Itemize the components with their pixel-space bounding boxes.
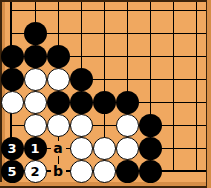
- black-stone: [139, 114, 162, 137]
- black-stone: [47, 45, 70, 68]
- white-stone: [70, 114, 93, 137]
- move-stone-3: 3: [1, 137, 24, 160]
- board-border-right: [206, 0, 207, 188]
- white-stone: [24, 68, 47, 91]
- move-number: 1: [30, 142, 39, 155]
- white-stone: [47, 114, 70, 137]
- black-stone: [24, 45, 47, 68]
- point-label-a: a: [51, 141, 66, 156]
- white-stone: [24, 114, 47, 137]
- white-stone: [93, 160, 116, 183]
- board-border-bottom: [0, 186, 211, 188]
- white-stone: [1, 91, 24, 114]
- black-stone: [116, 160, 139, 183]
- grid-line-horizontal: [10, 10, 206, 11]
- move-number: 3: [7, 142, 16, 155]
- white-stone: [70, 137, 93, 160]
- grid-line-vertical: [173, 2, 174, 172]
- white-stone: [93, 137, 116, 160]
- black-stone: [24, 22, 47, 45]
- black-stone: [70, 68, 93, 91]
- board-border-top: [0, 0, 211, 2]
- white-stone: [47, 68, 70, 91]
- black-stone: [139, 137, 162, 160]
- move-stone-1: 1: [24, 137, 47, 160]
- black-stone: [1, 45, 24, 68]
- white-stone: [116, 137, 139, 160]
- white-stone: [116, 114, 139, 137]
- board-border-right-shade: [207, 0, 211, 188]
- move-stone-5: 5: [1, 160, 24, 183]
- point-label-b: b: [51, 164, 66, 179]
- black-stone: [93, 91, 116, 114]
- move-number: 2: [30, 165, 39, 178]
- black-stone: [139, 160, 162, 183]
- white-stone: [24, 91, 47, 114]
- go-board-diagram: 31a52b: [0, 0, 211, 188]
- move-stone-2: 2: [24, 160, 47, 183]
- black-stone: [47, 91, 70, 114]
- grid-line-vertical: [196, 2, 197, 172]
- black-stone: [116, 91, 139, 114]
- move-number: 5: [7, 165, 16, 178]
- black-stone: [70, 91, 93, 114]
- black-stone: [1, 68, 24, 91]
- white-stone: [70, 160, 93, 183]
